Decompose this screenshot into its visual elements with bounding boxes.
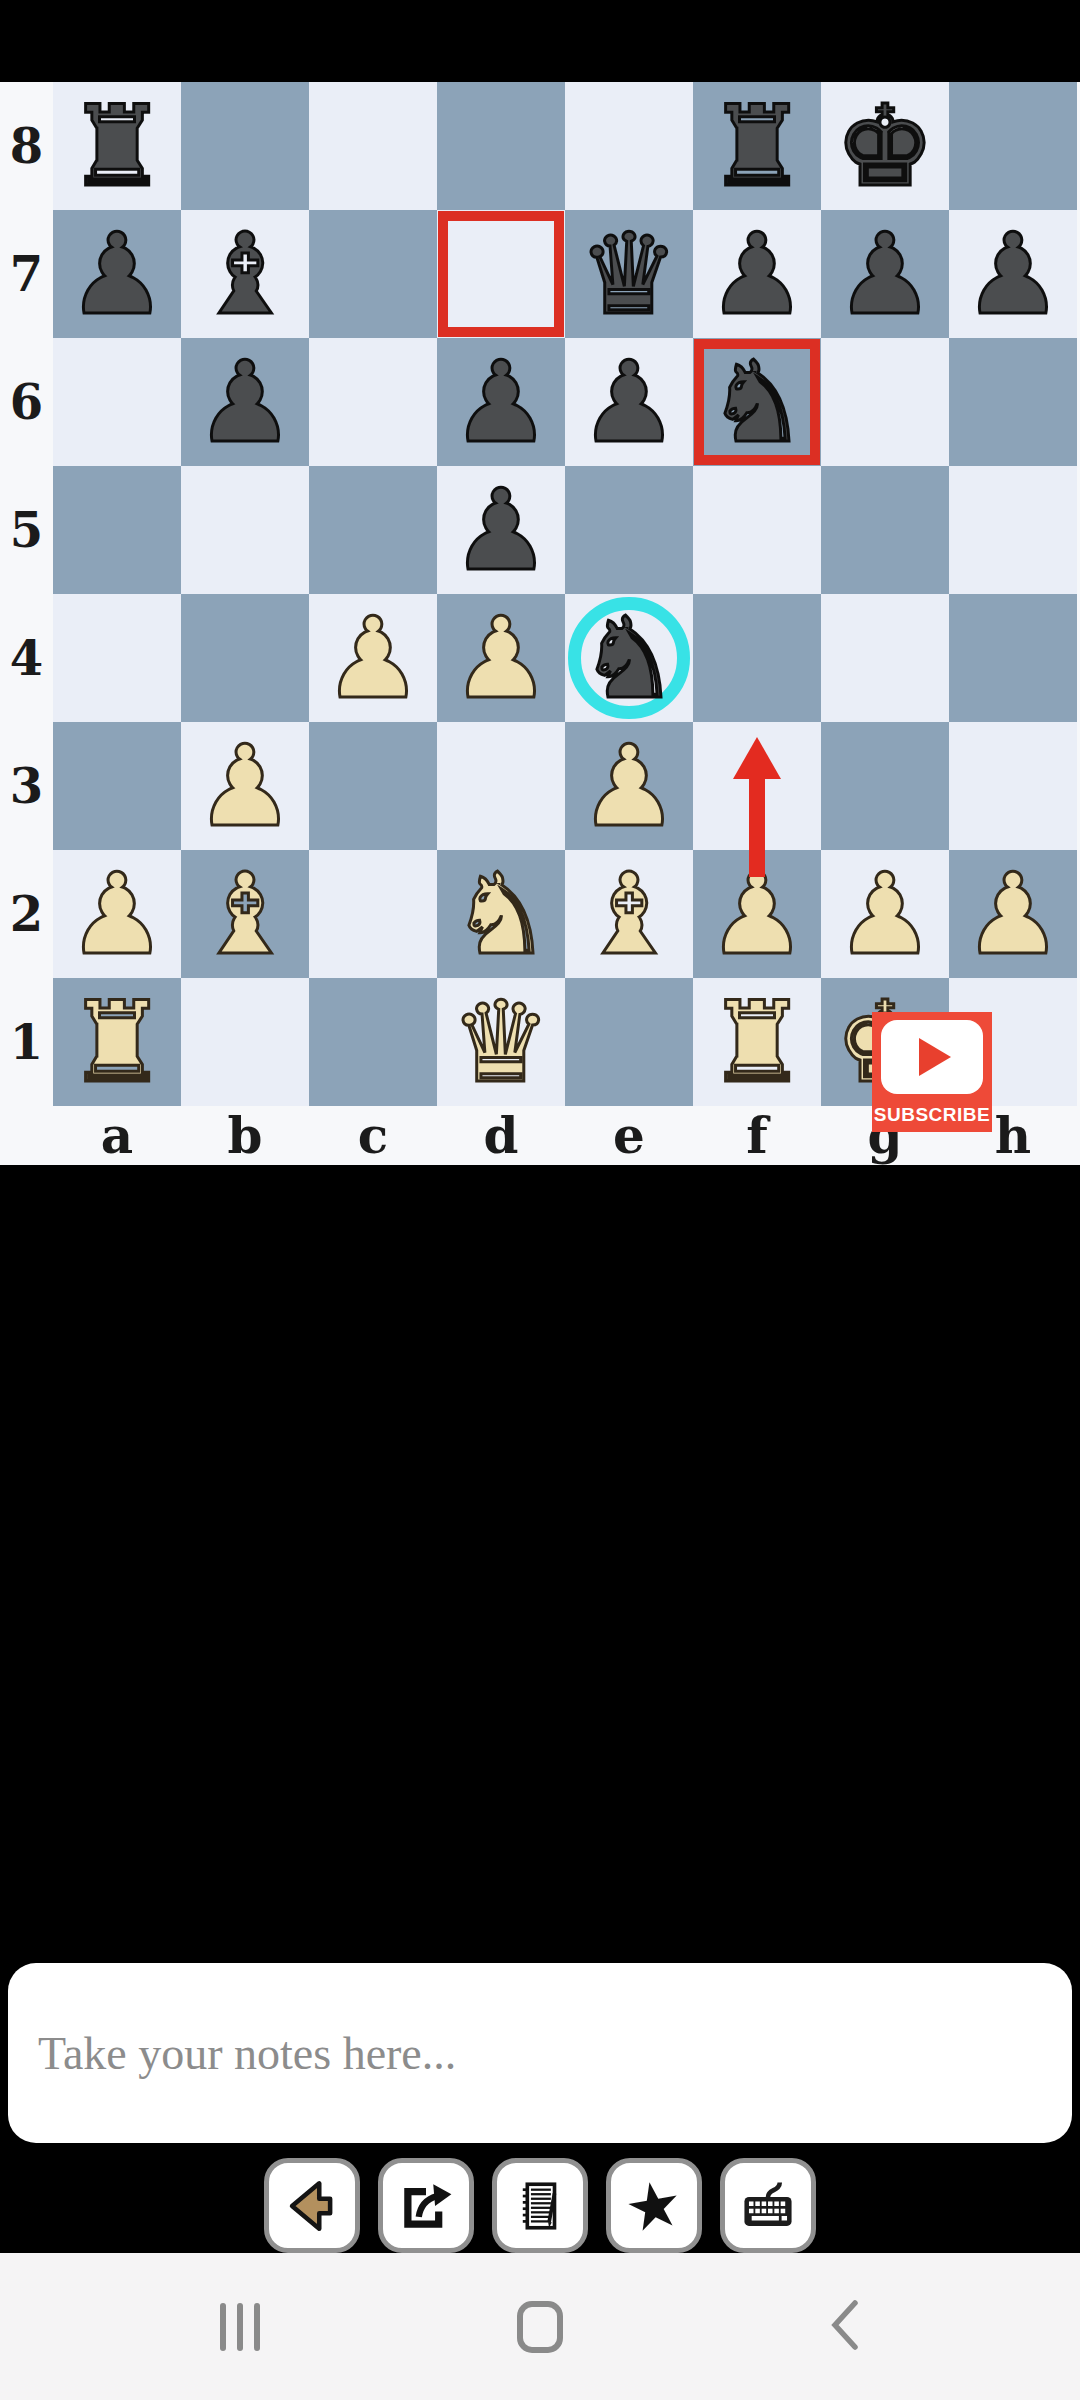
red-highlight-square (438, 211, 564, 337)
square-b6[interactable]: ♟ (181, 338, 309, 466)
square-h7[interactable]: ♟ (949, 210, 1077, 338)
rank-label: 3 (0, 722, 53, 850)
black-pawn: ♟ (949, 210, 1077, 338)
file-label: c (309, 1106, 437, 1165)
square-c8[interactable] (309, 82, 437, 210)
square-c4[interactable]: ♟ (309, 594, 437, 722)
notes-button[interactable] (492, 2158, 588, 2253)
square-c3[interactable] (309, 722, 437, 850)
square-d3[interactable] (437, 722, 565, 850)
square-f1[interactable]: ♜ (693, 978, 821, 1106)
black-bishop: ♝ (181, 210, 309, 338)
black-king: ♚ (821, 82, 949, 210)
square-e7[interactable]: ♛ (565, 210, 693, 338)
black-pawn: ♟ (693, 210, 821, 338)
favorite-button[interactable]: ★ (606, 2158, 702, 2253)
square-e3[interactable]: ♟ (565, 722, 693, 850)
share-button[interactable] (378, 2158, 474, 2253)
square-e1[interactable] (565, 978, 693, 1106)
square-h4[interactable] (949, 594, 1077, 722)
keyboard-button[interactable] (720, 2158, 816, 2253)
selected-piece-ring (568, 597, 690, 719)
notes-input[interactable] (8, 1963, 1072, 2143)
square-h2[interactable]: ♟ (949, 850, 1077, 978)
white-rook: ♜ (693, 978, 821, 1106)
white-pawn: ♟ (181, 722, 309, 850)
square-d7[interactable] (437, 210, 565, 338)
white-pawn: ♟ (565, 722, 693, 850)
back-button[interactable] (264, 2158, 360, 2253)
file-label: a (53, 1106, 181, 1165)
file-label: f (693, 1106, 821, 1165)
black-rook: ♜ (53, 82, 181, 210)
subscribe-button[interactable]: SUBSCRIBE (872, 1012, 992, 1132)
square-g4[interactable] (821, 594, 949, 722)
square-b7[interactable]: ♝ (181, 210, 309, 338)
square-f8[interactable]: ♜ (693, 82, 821, 210)
square-h5[interactable] (949, 466, 1077, 594)
white-pawn: ♟ (309, 594, 437, 722)
square-a7[interactable]: ♟ (53, 210, 181, 338)
file-label: e (565, 1106, 693, 1165)
home-icon[interactable] (517, 2301, 563, 2353)
white-pawn: ♟ (949, 850, 1077, 978)
square-f3[interactable] (693, 722, 821, 850)
square-f6[interactable]: ♞ (693, 338, 821, 466)
white-knight: ♞ (437, 850, 565, 978)
square-c2[interactable] (309, 850, 437, 978)
square-d4[interactable]: ♟ (437, 594, 565, 722)
rank-label: 6 (0, 338, 53, 466)
android-navbar (0, 2253, 1080, 2400)
chess-board-area: 87654321 ♜♜♚♟♝♛♟♟♟♟♟♟♞♟♟♟♞♟♟♟♝♞♝♟♟♟♜♛♜♚ … (0, 82, 1080, 1165)
white-pawn: ♟ (693, 850, 821, 978)
square-b4[interactable] (181, 594, 309, 722)
square-c1[interactable] (309, 978, 437, 1106)
square-a4[interactable] (53, 594, 181, 722)
square-g6[interactable] (821, 338, 949, 466)
square-e4[interactable]: ♞ (565, 594, 693, 722)
square-b1[interactable] (181, 978, 309, 1106)
square-b3[interactable]: ♟ (181, 722, 309, 850)
square-f4[interactable] (693, 594, 821, 722)
white-bishop: ♝ (181, 850, 309, 978)
star-icon: ★ (620, 2169, 688, 2242)
square-a1[interactable]: ♜ (53, 978, 181, 1106)
file-label: b (181, 1106, 309, 1165)
black-knight: ♞ (693, 338, 821, 466)
white-pawn: ♟ (53, 850, 181, 978)
square-b5[interactable] (181, 466, 309, 594)
rank-label: 2 (0, 850, 53, 978)
square-b8[interactable] (181, 82, 309, 210)
square-a2[interactable]: ♟ (53, 850, 181, 978)
square-c7[interactable] (309, 210, 437, 338)
square-d1[interactable]: ♛ (437, 978, 565, 1106)
file-label: d (437, 1106, 565, 1165)
square-h3[interactable] (949, 722, 1077, 850)
square-a8[interactable]: ♜ (53, 82, 181, 210)
square-a3[interactable] (53, 722, 181, 850)
subscribe-label: SUBSCRIBE (872, 1104, 992, 1126)
square-e8[interactable] (565, 82, 693, 210)
app-screen: 87654321 ♜♜♚♟♝♛♟♟♟♟♟♟♞♟♟♟♞♟♟♟♝♞♝♟♟♟♜♛♜♚ … (0, 0, 1080, 2400)
square-f5[interactable] (693, 466, 821, 594)
black-pawn: ♟ (53, 210, 181, 338)
square-g5[interactable] (821, 466, 949, 594)
toolbar: ★ (0, 2158, 1080, 2253)
square-e6[interactable]: ♟ (565, 338, 693, 466)
share-icon (397, 2177, 455, 2235)
white-bishop: ♝ (565, 850, 693, 978)
notepad-icon (511, 2177, 569, 2235)
back-arrow-icon (283, 2177, 341, 2235)
square-d6[interactable]: ♟ (437, 338, 565, 466)
red-highlight-square (694, 339, 820, 465)
square-h8[interactable] (949, 82, 1077, 210)
square-f7[interactable]: ♟ (693, 210, 821, 338)
square-f2[interactable]: ♟ (693, 850, 821, 978)
black-pawn: ♟ (821, 210, 949, 338)
white-queen: ♛ (437, 978, 565, 1106)
square-g2[interactable]: ♟ (821, 850, 949, 978)
white-rook: ♜ (53, 978, 181, 1106)
rank-label: 1 (0, 978, 53, 1106)
square-a5[interactable] (53, 466, 181, 594)
youtube-play-icon (881, 1020, 983, 1094)
white-pawn: ♟ (821, 850, 949, 978)
black-rook: ♜ (693, 82, 821, 210)
square-g7[interactable]: ♟ (821, 210, 949, 338)
keyboard-icon (739, 2177, 797, 2235)
square-e2[interactable]: ♝ (565, 850, 693, 978)
rank-label: 5 (0, 466, 53, 594)
black-pawn: ♟ (565, 338, 693, 466)
square-d5[interactable]: ♟ (437, 466, 565, 594)
square-g3[interactable] (821, 722, 949, 850)
square-d2[interactable]: ♞ (437, 850, 565, 978)
square-a6[interactable] (53, 338, 181, 466)
chess-board: ♜♜♚♟♝♛♟♟♟♟♟♟♞♟♟♟♞♟♟♟♝♞♝♟♟♟♜♛♜♚ (53, 82, 1077, 1106)
square-g8[interactable]: ♚ (821, 82, 949, 210)
black-pawn: ♟ (181, 338, 309, 466)
black-pawn: ♟ (437, 466, 565, 594)
rank-label: 4 (0, 594, 53, 722)
black-pawn: ♟ (437, 338, 565, 466)
recents-icon[interactable] (220, 2303, 260, 2351)
square-d8[interactable] (437, 82, 565, 210)
square-c6[interactable] (309, 338, 437, 466)
black-queen: ♛ (565, 210, 693, 338)
rank-label: 7 (0, 210, 53, 338)
square-h6[interactable] (949, 338, 1077, 466)
back-icon[interactable] (829, 2298, 861, 2356)
square-b2[interactable]: ♝ (181, 850, 309, 978)
white-pawn: ♟ (437, 594, 565, 722)
square-c5[interactable] (309, 466, 437, 594)
black-knight: ♞ (565, 594, 693, 722)
square-e5[interactable] (565, 466, 693, 594)
rank-label: 8 (0, 82, 53, 210)
rank-labels: 87654321 (0, 82, 53, 1106)
